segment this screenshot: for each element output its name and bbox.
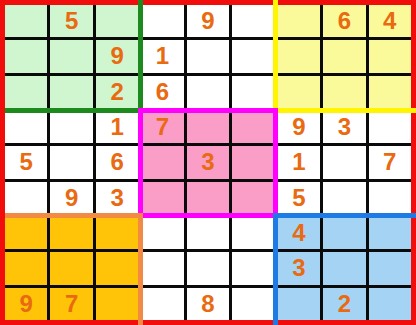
sudoku-cell[interactable]: [232, 111, 274, 143]
sudoku-cell[interactable]: 5: [278, 182, 320, 214]
sudoku-cell[interactable]: 4: [278, 217, 320, 249]
sudoku-cell[interactable]: [232, 252, 274, 284]
sudoku-cell[interactable]: [278, 288, 320, 320]
sudoku-cell[interactable]: 6: [141, 76, 183, 108]
sudoku-cell[interactable]: [5, 182, 47, 214]
sudoku-cell[interactable]: [141, 146, 183, 178]
sudoku-cell[interactable]: [187, 252, 229, 284]
sudoku-cell[interactable]: 1: [141, 40, 183, 72]
sudoku-cell[interactable]: [50, 146, 92, 178]
sudoku-cell[interactable]: [232, 288, 274, 320]
sudoku-cell[interactable]: [96, 252, 138, 284]
sudoku-cell[interactable]: [141, 252, 183, 284]
sudoku-cell[interactable]: 9: [187, 5, 229, 37]
sudoku-cell[interactable]: 9: [278, 111, 320, 143]
sudoku-cell[interactable]: 3: [96, 182, 138, 214]
sudoku-cell[interactable]: [323, 40, 365, 72]
sudoku-cell[interactable]: 9: [96, 40, 138, 72]
sudoku-cell[interactable]: [232, 182, 274, 214]
sudoku-cell[interactable]: [141, 182, 183, 214]
sudoku-cell[interactable]: 6: [96, 146, 138, 178]
sudoku-cell[interactable]: [369, 76, 411, 108]
sudoku-cell[interactable]: [232, 146, 274, 178]
sudoku-cell[interactable]: 3: [187, 146, 229, 178]
sudoku-cell[interactable]: [96, 5, 138, 37]
sudoku-cell[interactable]: 7: [141, 111, 183, 143]
sudoku-cell[interactable]: [232, 40, 274, 72]
sudoku-cell[interactable]: 5: [50, 5, 92, 37]
sudoku-cell[interactable]: [232, 76, 274, 108]
sudoku-cell[interactable]: [278, 76, 320, 108]
sudoku-cell[interactable]: [50, 76, 92, 108]
sudoku-cell[interactable]: [323, 182, 365, 214]
sudoku-cell[interactable]: [323, 252, 365, 284]
sudoku-cell[interactable]: [187, 111, 229, 143]
sudoku-cell[interactable]: 2: [96, 76, 138, 108]
sudoku-cell[interactable]: 1: [278, 146, 320, 178]
sudoku-cell[interactable]: [141, 5, 183, 37]
sudoku-cell[interactable]: [323, 146, 365, 178]
sudoku-cell[interactable]: [187, 217, 229, 249]
sudoku-cell[interactable]: [323, 76, 365, 108]
sudoku-cell[interactable]: 2: [323, 288, 365, 320]
sudoku-cell[interactable]: [5, 5, 47, 37]
sudoku-cell[interactable]: [50, 40, 92, 72]
sudoku-cell[interactable]: [96, 288, 138, 320]
sudoku-cell[interactable]: 4: [369, 5, 411, 37]
sudoku-cell[interactable]: [369, 288, 411, 320]
sudoku-cell[interactable]: 3: [278, 252, 320, 284]
sudoku-cell[interactable]: 3: [323, 111, 365, 143]
sudoku-cell[interactable]: [369, 252, 411, 284]
sudoku-cell[interactable]: [369, 111, 411, 143]
sudoku-cell[interactable]: [96, 217, 138, 249]
sudoku-cell[interactable]: 5: [5, 146, 47, 178]
sudoku-cell[interactable]: 7: [369, 146, 411, 178]
sudoku-cell[interactable]: [278, 5, 320, 37]
sudoku-cell[interactable]: [187, 76, 229, 108]
sudoku-cell[interactable]: 9: [50, 182, 92, 214]
sudoku-cell[interactable]: [50, 252, 92, 284]
sudoku-cell[interactable]: [141, 288, 183, 320]
sudoku-cell[interactable]: [5, 217, 47, 249]
sudoku-cell[interactable]: [5, 252, 47, 284]
sudoku-cell[interactable]: [5, 76, 47, 108]
sudoku-cell[interactable]: 1: [96, 111, 138, 143]
sudoku-cell[interactable]: [369, 40, 411, 72]
sudoku-cell[interactable]: [369, 182, 411, 214]
sudoku-cell[interactable]: [187, 182, 229, 214]
sudoku-cell[interactable]: [141, 217, 183, 249]
sudoku-cell[interactable]: 9: [5, 288, 47, 320]
sudoku-cell[interactable]: [232, 217, 274, 249]
sudoku-cell[interactable]: [369, 217, 411, 249]
sudoku-cell[interactable]: [278, 40, 320, 72]
sudoku-cell[interactable]: 6: [323, 5, 365, 37]
sudoku-board: 59649126179356317935439782: [0, 0, 416, 325]
sudoku-cell[interactable]: 8: [187, 288, 229, 320]
sudoku-grid: 59649126179356317935439782: [5, 5, 411, 320]
sudoku-cell[interactable]: [50, 217, 92, 249]
sudoku-cell[interactable]: [232, 5, 274, 37]
sudoku-cell[interactable]: [187, 40, 229, 72]
sudoku-cell[interactable]: [50, 111, 92, 143]
sudoku-cell[interactable]: 7: [50, 288, 92, 320]
sudoku-cell[interactable]: [5, 40, 47, 72]
sudoku-cell[interactable]: [323, 217, 365, 249]
sudoku-cell[interactable]: [5, 111, 47, 143]
